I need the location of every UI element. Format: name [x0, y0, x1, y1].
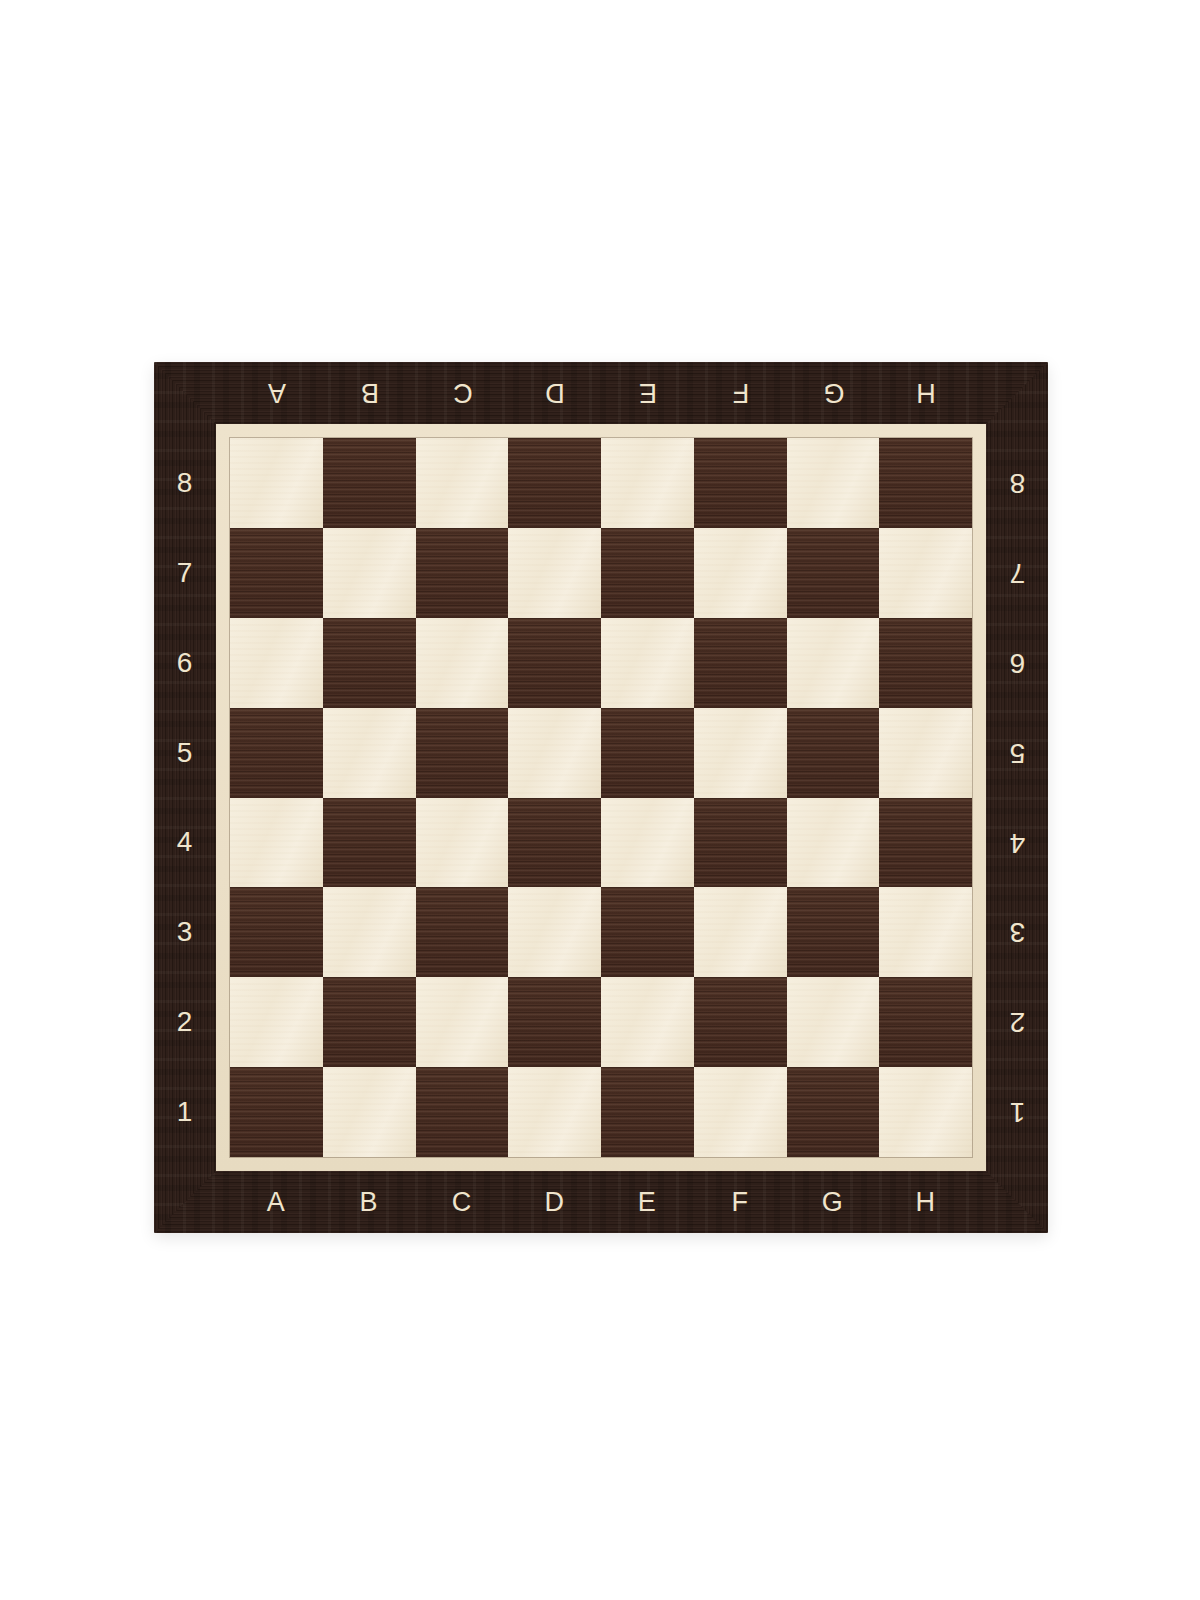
square-c3[interactable]: [416, 887, 509, 977]
square-c6[interactable]: [416, 618, 509, 708]
square-h7[interactable]: [879, 528, 972, 618]
chessboard: ABCDEFGH ABCDEFGH 87654321 87654321: [154, 362, 1048, 1233]
square-h2[interactable]: [879, 977, 972, 1067]
square-f6[interactable]: [694, 618, 787, 708]
square-e6[interactable]: [601, 618, 694, 708]
square-e7[interactable]: [601, 528, 694, 618]
square-a7[interactable]: [230, 528, 323, 618]
square-a6[interactable]: [230, 618, 323, 708]
square-e3[interactable]: [601, 887, 694, 977]
square-c1[interactable]: [416, 1067, 509, 1157]
square-d7[interactable]: [508, 528, 601, 618]
square-b2[interactable]: [323, 977, 416, 1067]
square-d1[interactable]: [508, 1067, 601, 1157]
square-g3[interactable]: [787, 887, 880, 977]
square-d2[interactable]: [508, 977, 601, 1067]
square-a8[interactable]: [230, 438, 323, 528]
board-frame-top: [154, 362, 1048, 424]
square-d6[interactable]: [508, 618, 601, 708]
square-d5[interactable]: [508, 708, 601, 798]
square-h6[interactable]: [879, 618, 972, 708]
square-g4[interactable]: [787, 798, 880, 888]
square-g1[interactable]: [787, 1067, 880, 1157]
square-b1[interactable]: [323, 1067, 416, 1157]
square-h1[interactable]: [879, 1067, 972, 1157]
board-squares: [230, 438, 972, 1157]
square-f1[interactable]: [694, 1067, 787, 1157]
board-frame-right: [986, 362, 1048, 1233]
square-g2[interactable]: [787, 977, 880, 1067]
board-frame-left: [154, 362, 216, 1233]
square-d3[interactable]: [508, 887, 601, 977]
square-e1[interactable]: [601, 1067, 694, 1157]
square-c7[interactable]: [416, 528, 509, 618]
square-g6[interactable]: [787, 618, 880, 708]
square-g7[interactable]: [787, 528, 880, 618]
square-c5[interactable]: [416, 708, 509, 798]
square-h3[interactable]: [879, 887, 972, 977]
square-f5[interactable]: [694, 708, 787, 798]
square-g8[interactable]: [787, 438, 880, 528]
square-f2[interactable]: [694, 977, 787, 1067]
square-c2[interactable]: [416, 977, 509, 1067]
square-d4[interactable]: [508, 798, 601, 888]
square-b7[interactable]: [323, 528, 416, 618]
square-c4[interactable]: [416, 798, 509, 888]
square-f4[interactable]: [694, 798, 787, 888]
square-e2[interactable]: [601, 977, 694, 1067]
square-b6[interactable]: [323, 618, 416, 708]
square-d8[interactable]: [508, 438, 601, 528]
square-b3[interactable]: [323, 887, 416, 977]
square-c8[interactable]: [416, 438, 509, 528]
square-e8[interactable]: [601, 438, 694, 528]
square-a2[interactable]: [230, 977, 323, 1067]
square-a3[interactable]: [230, 887, 323, 977]
square-b5[interactable]: [323, 708, 416, 798]
square-f3[interactable]: [694, 887, 787, 977]
square-e5[interactable]: [601, 708, 694, 798]
square-h8[interactable]: [879, 438, 972, 528]
square-f7[interactable]: [694, 528, 787, 618]
square-a5[interactable]: [230, 708, 323, 798]
square-h5[interactable]: [879, 708, 972, 798]
square-e4[interactable]: [601, 798, 694, 888]
square-b4[interactable]: [323, 798, 416, 888]
square-a4[interactable]: [230, 798, 323, 888]
square-b8[interactable]: [323, 438, 416, 528]
square-g5[interactable]: [787, 708, 880, 798]
square-a1[interactable]: [230, 1067, 323, 1157]
board-frame-bottom: [154, 1171, 1048, 1233]
square-f8[interactable]: [694, 438, 787, 528]
square-h4[interactable]: [879, 798, 972, 888]
